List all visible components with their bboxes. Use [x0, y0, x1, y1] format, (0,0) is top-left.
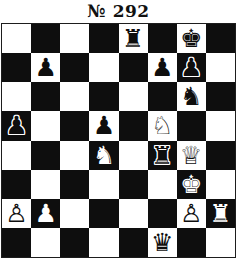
- square-b1[interactable]: [31, 228, 60, 257]
- white-knight-f5: ♘: [151, 111, 173, 140]
- square-e8[interactable]: ♜: [119, 24, 148, 53]
- black-rook-e8: ♜: [122, 24, 144, 53]
- square-g3[interactable]: ♚: [177, 170, 206, 199]
- square-h5[interactable]: [206, 111, 235, 140]
- square-b2[interactable]: ♟: [31, 199, 60, 228]
- square-c8[interactable]: [60, 24, 89, 53]
- square-f6[interactable]: [148, 82, 177, 111]
- square-f3[interactable]: [148, 170, 177, 199]
- square-b4[interactable]: [31, 141, 60, 170]
- square-f1[interactable]: ♛: [148, 228, 177, 257]
- square-d5[interactable]: ♟: [89, 111, 118, 140]
- square-a1[interactable]: [2, 228, 31, 257]
- square-g6[interactable]: ♞: [177, 82, 206, 111]
- square-f2[interactable]: [148, 199, 177, 228]
- black-pawn-a5: ♟: [5, 111, 27, 140]
- square-d2[interactable]: [89, 199, 118, 228]
- square-e6[interactable]: [119, 82, 148, 111]
- square-a3[interactable]: [2, 170, 31, 199]
- black-queen-f1: ♛: [151, 228, 173, 257]
- white-pawn-b2: ♟: [34, 199, 56, 228]
- black-knight-g6: ♞: [180, 82, 202, 111]
- square-g1[interactable]: [177, 228, 206, 257]
- square-f5[interactable]: ♘: [148, 111, 177, 140]
- black-pawn-g7: ♟: [180, 53, 202, 82]
- square-d7[interactable]: [89, 53, 118, 82]
- square-a6[interactable]: [2, 82, 31, 111]
- square-b7[interactable]: ♟: [31, 53, 60, 82]
- white-queen-g4: ♕: [180, 141, 202, 170]
- square-a8[interactable]: [2, 24, 31, 53]
- white-knight-d4: ♞: [93, 141, 115, 170]
- square-h1[interactable]: [206, 228, 235, 257]
- square-a2[interactable]: ♙: [2, 199, 31, 228]
- square-e2[interactable]: [119, 199, 148, 228]
- chess-board: ♜♚♟♟♟♞♟♟♘♞♜♕♚♙♟♙♜♛: [1, 23, 236, 258]
- black-pawn-f7: ♟: [151, 53, 173, 82]
- square-b3[interactable]: [31, 170, 60, 199]
- square-g5[interactable]: [177, 111, 206, 140]
- square-b8[interactable]: [31, 24, 60, 53]
- square-e4[interactable]: [119, 141, 148, 170]
- square-c4[interactable]: [60, 141, 89, 170]
- square-d1[interactable]: [89, 228, 118, 257]
- white-rook-h2: ♜: [209, 199, 231, 228]
- square-h4[interactable]: [206, 141, 235, 170]
- white-pawn-g2: ♙: [180, 199, 202, 228]
- square-h2[interactable]: ♜: [206, 199, 235, 228]
- black-rook-f4: ♜: [151, 141, 173, 170]
- square-a5[interactable]: ♟: [2, 111, 31, 140]
- square-b5[interactable]: [31, 111, 60, 140]
- square-d8[interactable]: [89, 24, 118, 53]
- square-g4[interactable]: ♕: [177, 141, 206, 170]
- square-e5[interactable]: [119, 111, 148, 140]
- square-c6[interactable]: [60, 82, 89, 111]
- square-g8[interactable]: ♚: [177, 24, 206, 53]
- square-f8[interactable]: [148, 24, 177, 53]
- square-h7[interactable]: [206, 53, 235, 82]
- square-c7[interactable]: [60, 53, 89, 82]
- black-pawn-b7: ♟: [34, 53, 56, 82]
- square-c3[interactable]: [60, 170, 89, 199]
- square-a4[interactable]: [2, 141, 31, 170]
- square-d6[interactable]: [89, 82, 118, 111]
- square-c5[interactable]: [60, 111, 89, 140]
- square-h8[interactable]: [206, 24, 235, 53]
- black-pawn-d5: ♟: [93, 111, 115, 140]
- chess-problem-page: № 292 ♜♚♟♟♟♞♟♟♘♞♜♕♚♙♟♙♜♛: [0, 0, 237, 261]
- white-king-g3: ♚: [180, 170, 202, 199]
- square-c1[interactable]: [60, 228, 89, 257]
- white-pawn-a2: ♙: [5, 199, 27, 228]
- puzzle-number-title: № 292: [0, 0, 237, 22]
- square-g2[interactable]: ♙: [177, 199, 206, 228]
- black-king-g8: ♚: [180, 24, 202, 53]
- square-e3[interactable]: [119, 170, 148, 199]
- square-f7[interactable]: ♟: [148, 53, 177, 82]
- square-d3[interactable]: [89, 170, 118, 199]
- square-a7[interactable]: [2, 53, 31, 82]
- square-e1[interactable]: [119, 228, 148, 257]
- square-g7[interactable]: ♟: [177, 53, 206, 82]
- square-h3[interactable]: [206, 170, 235, 199]
- square-f4[interactable]: ♜: [148, 141, 177, 170]
- square-b6[interactable]: [31, 82, 60, 111]
- square-e7[interactable]: [119, 53, 148, 82]
- square-c2[interactable]: [60, 199, 89, 228]
- square-h6[interactable]: [206, 82, 235, 111]
- square-d4[interactable]: ♞: [89, 141, 118, 170]
